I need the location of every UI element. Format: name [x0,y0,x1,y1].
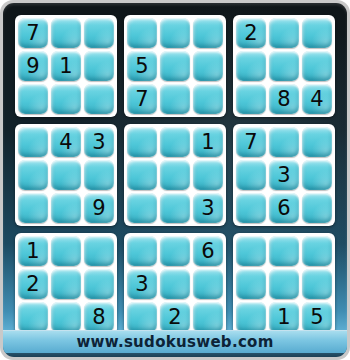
cell-r2c4[interactable]: 5 [127,51,157,81]
cell-r5c1[interactable] [18,160,48,190]
cell-r3c9[interactable]: 4 [302,84,332,114]
cell-r5c4[interactable] [127,160,157,190]
cell-r1c7[interactable]: 2 [236,18,266,48]
cell-r2c8[interactable] [269,51,299,81]
cell-r1c4[interactable] [127,18,157,48]
box-1-1: 791 [15,15,117,117]
cell-r4c6[interactable]: 1 [193,127,223,157]
cell-r7c2[interactable] [51,236,81,266]
sudoku-app: 791572844391373612863215 www.sudokusweb.… [0,0,350,360]
cell-r4c7[interactable]: 7 [236,127,266,157]
cell-r8c2[interactable] [51,269,81,299]
sudoku-board: 791572844391373612863215 [15,15,335,335]
box-3-2: 632 [124,233,226,335]
box-2-2: 13 [124,124,226,226]
box-3-3: 15 [233,233,335,335]
box-2-1: 439 [15,124,117,226]
cell-r5c7[interactable] [236,160,266,190]
cell-r8c5[interactable] [160,269,190,299]
cell-r1c5[interactable] [160,18,190,48]
cell-r6c2[interactable] [51,193,81,223]
cell-r4c8[interactable] [269,127,299,157]
cell-r8c8[interactable] [269,269,299,299]
cell-r6c5[interactable] [160,193,190,223]
cell-r8c7[interactable] [236,269,266,299]
cell-r3c1[interactable] [18,84,48,114]
cell-r5c9[interactable] [302,160,332,190]
cell-r4c1[interactable] [18,127,48,157]
cell-r8c3[interactable] [84,269,114,299]
cell-r3c5[interactable] [160,84,190,114]
cell-r8c1[interactable]: 2 [18,269,48,299]
cell-r9c3[interactable]: 8 [84,302,114,332]
cell-r2c3[interactable] [84,51,114,81]
cell-r3c7[interactable] [236,84,266,114]
cell-r8c6[interactable] [193,269,223,299]
cell-r3c8[interactable]: 8 [269,84,299,114]
cell-r5c8[interactable]: 3 [269,160,299,190]
cell-r6c3[interactable]: 9 [84,193,114,223]
cell-r8c9[interactable] [302,269,332,299]
cell-r5c2[interactable] [51,160,81,190]
cell-r1c1[interactable]: 7 [18,18,48,48]
cell-r9c2[interactable] [51,302,81,332]
cell-r9c5[interactable]: 2 [160,302,190,332]
footer-bar: www.sudokusweb.com [3,330,347,353]
cell-r1c2[interactable] [51,18,81,48]
cell-r4c3[interactable]: 3 [84,127,114,157]
cell-r7c5[interactable] [160,236,190,266]
cell-r7c8[interactable] [269,236,299,266]
cell-r5c5[interactable] [160,160,190,190]
cell-r1c6[interactable] [193,18,223,48]
cell-r2c9[interactable] [302,51,332,81]
cell-r3c3[interactable] [84,84,114,114]
cell-r7c7[interactable] [236,236,266,266]
cell-r2c5[interactable] [160,51,190,81]
box-2-3: 736 [233,124,335,226]
cell-r7c1[interactable]: 1 [18,236,48,266]
cell-r2c2[interactable]: 1 [51,51,81,81]
cell-r9c8[interactable]: 1 [269,302,299,332]
cell-r6c8[interactable]: 6 [269,193,299,223]
cell-r7c3[interactable] [84,236,114,266]
cell-r1c3[interactable] [84,18,114,48]
cell-r5c6[interactable] [193,160,223,190]
cell-r9c6[interactable] [193,302,223,332]
cell-r8c4[interactable]: 3 [127,269,157,299]
box-1-3: 284 [233,15,335,117]
box-3-1: 128 [15,233,117,335]
cell-r6c6[interactable]: 3 [193,193,223,223]
cell-r9c7[interactable] [236,302,266,332]
cell-r4c5[interactable] [160,127,190,157]
cell-r1c9[interactable] [302,18,332,48]
board-frame: 791572844391373612863215 www.sudokusweb.… [3,3,347,357]
cell-r6c9[interactable] [302,193,332,223]
cell-r2c7[interactable] [236,51,266,81]
cell-r4c4[interactable] [127,127,157,157]
cell-r4c9[interactable] [302,127,332,157]
cell-r9c1[interactable] [18,302,48,332]
cell-r6c4[interactable] [127,193,157,223]
cell-r9c9[interactable]: 5 [302,302,332,332]
cell-r7c4[interactable] [127,236,157,266]
site-link[interactable]: www.sudokusweb.com [76,333,273,351]
cell-r2c1[interactable]: 9 [18,51,48,81]
cell-r1c8[interactable] [269,18,299,48]
cell-r5c3[interactable] [84,160,114,190]
cell-r6c7[interactable] [236,193,266,223]
cell-r9c4[interactable] [127,302,157,332]
cell-r2c6[interactable] [193,51,223,81]
box-1-2: 57 [124,15,226,117]
cell-r4c2[interactable]: 4 [51,127,81,157]
cell-r7c9[interactable] [302,236,332,266]
cell-r3c2[interactable] [51,84,81,114]
cell-r6c1[interactable] [18,193,48,223]
cell-r7c6[interactable]: 6 [193,236,223,266]
cell-r3c6[interactable] [193,84,223,114]
cell-r3c4[interactable]: 7 [127,84,157,114]
